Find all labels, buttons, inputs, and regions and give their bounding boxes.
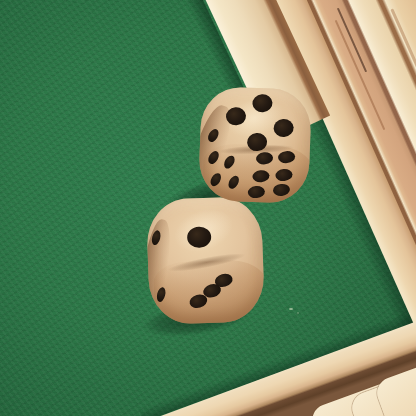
pip-top-face xyxy=(273,118,294,137)
die-lower xyxy=(146,196,265,325)
flat-tile xyxy=(373,322,416,416)
scene-shut-the-box xyxy=(0,0,416,416)
wood-grain-streak xyxy=(337,8,367,73)
wood-grain-streak xyxy=(390,8,416,82)
felt-fleck xyxy=(289,308,293,310)
wood-grain-streak xyxy=(335,20,386,130)
felt-fleck xyxy=(297,312,299,314)
die-upper xyxy=(198,86,312,204)
